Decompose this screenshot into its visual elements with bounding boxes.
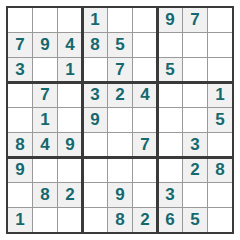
cell-r7c4[interactable]: [83, 158, 107, 182]
cell-r2c8[interactable]: [183, 33, 207, 57]
cell-r9c3[interactable]: [58, 208, 82, 232]
cell-r6c4[interactable]: [83, 133, 107, 157]
cell-r8c4[interactable]: [83, 183, 107, 207]
cell-r7c1[interactable]: 9: [8, 158, 32, 182]
cell-r8c6[interactable]: [133, 183, 157, 207]
cell-r2c5[interactable]: 5: [108, 33, 132, 57]
cell-r4c9[interactable]: 1: [208, 83, 232, 107]
cell-r5c5[interactable]: [108, 108, 132, 132]
cell-r5c1[interactable]: [8, 108, 32, 132]
cell-r4c5[interactable]: 2: [108, 83, 132, 107]
cell-r3c2[interactable]: [33, 58, 57, 82]
cell-r7c9[interactable]: 8: [208, 158, 232, 182]
cell-r4c6[interactable]: 4: [133, 83, 157, 107]
cell-r1c9[interactable]: [208, 8, 232, 32]
cell-r8c3[interactable]: 2: [58, 183, 82, 207]
cell-r3c1[interactable]: 3: [8, 58, 32, 82]
cell-r8c7[interactable]: 3: [158, 183, 182, 207]
cell-r7c5[interactable]: [108, 158, 132, 182]
cell-r1c4[interactable]: 1: [83, 8, 107, 32]
cell-r4c7[interactable]: [158, 83, 182, 107]
cell-r9c7[interactable]: 6: [158, 208, 182, 232]
cell-r9c8[interactable]: 5: [183, 208, 207, 232]
cell-r6c5[interactable]: [108, 133, 132, 157]
cell-r1c5[interactable]: [108, 8, 132, 32]
cell-r5c2[interactable]: 1: [33, 108, 57, 132]
cell-r1c8[interactable]: 7: [183, 8, 207, 32]
cell-r6c8[interactable]: 3: [183, 133, 207, 157]
cell-r8c9[interactable]: [208, 183, 232, 207]
cell-r6c3[interactable]: 9: [58, 133, 82, 157]
cell-r3c9[interactable]: [208, 58, 232, 82]
cell-r2c2[interactable]: 9: [33, 33, 57, 57]
cell-r9c1[interactable]: 1: [8, 208, 32, 232]
cell-r9c9[interactable]: [208, 208, 232, 232]
cell-r7c6[interactable]: [133, 158, 157, 182]
cell-r3c5[interactable]: 7: [108, 58, 132, 82]
cell-r2c1[interactable]: 7: [8, 33, 32, 57]
cell-r5c6[interactable]: [133, 108, 157, 132]
cell-r1c1[interactable]: [8, 8, 32, 32]
box-divider-vertical-1: [81, 8, 84, 232]
cell-r1c2[interactable]: [33, 8, 57, 32]
cell-r9c5[interactable]: 8: [108, 208, 132, 232]
cell-r1c6[interactable]: [133, 8, 157, 32]
cell-r4c1[interactable]: [8, 83, 32, 107]
cell-r6c1[interactable]: 8: [8, 133, 32, 157]
cell-r2c9[interactable]: [208, 33, 232, 57]
cell-r4c2[interactable]: 7: [33, 83, 57, 107]
cell-r3c8[interactable]: [183, 58, 207, 82]
cell-r3c6[interactable]: [133, 58, 157, 82]
cell-r3c4[interactable]: [83, 58, 107, 82]
cell-r3c3[interactable]: 1: [58, 58, 82, 82]
cell-r5c7[interactable]: [158, 108, 182, 132]
cell-r8c1[interactable]: [8, 183, 32, 207]
box-divider-horizontal-1: [8, 81, 232, 84]
cell-r2c4[interactable]: 8: [83, 33, 107, 57]
cell-r8c5[interactable]: 9: [108, 183, 132, 207]
cell-r2c3[interactable]: 4: [58, 33, 82, 57]
cell-r7c7[interactable]: [158, 158, 182, 182]
cell-r5c4[interactable]: 9: [83, 108, 107, 132]
cell-r7c2[interactable]: [33, 158, 57, 182]
sudoku-board-frame: 1977948531757324119584973928829318265: [6, 6, 234, 234]
cell-r9c6[interactable]: 2: [133, 208, 157, 232]
cell-r8c2[interactable]: 8: [33, 183, 57, 207]
cell-r4c8[interactable]: [183, 83, 207, 107]
box-divider-vertical-2: [156, 8, 159, 232]
cell-r7c3[interactable]: [58, 158, 82, 182]
cell-r5c9[interactable]: 5: [208, 108, 232, 132]
cell-r4c3[interactable]: [58, 83, 82, 107]
cell-r5c3[interactable]: [58, 108, 82, 132]
cell-r6c9[interactable]: [208, 133, 232, 157]
cell-r6c7[interactable]: [158, 133, 182, 157]
cell-r5c8[interactable]: [183, 108, 207, 132]
cell-r2c6[interactable]: [133, 33, 157, 57]
box-divider-horizontal-2: [8, 156, 232, 159]
cell-r3c7[interactable]: 5: [158, 58, 182, 82]
cell-r2c7[interactable]: [158, 33, 182, 57]
cell-r6c6[interactable]: 7: [133, 133, 157, 157]
sudoku-grid: 1977948531757324119584973928829318265: [8, 8, 232, 232]
cell-r9c4[interactable]: [83, 208, 107, 232]
cell-r4c4[interactable]: 3: [83, 83, 107, 107]
cell-r6c2[interactable]: 4: [33, 133, 57, 157]
cell-r9c2[interactable]: [33, 208, 57, 232]
cell-r1c3[interactable]: [58, 8, 82, 32]
cell-r1c7[interactable]: 9: [158, 8, 182, 32]
cell-r7c8[interactable]: 2: [183, 158, 207, 182]
cell-r8c8[interactable]: [183, 183, 207, 207]
